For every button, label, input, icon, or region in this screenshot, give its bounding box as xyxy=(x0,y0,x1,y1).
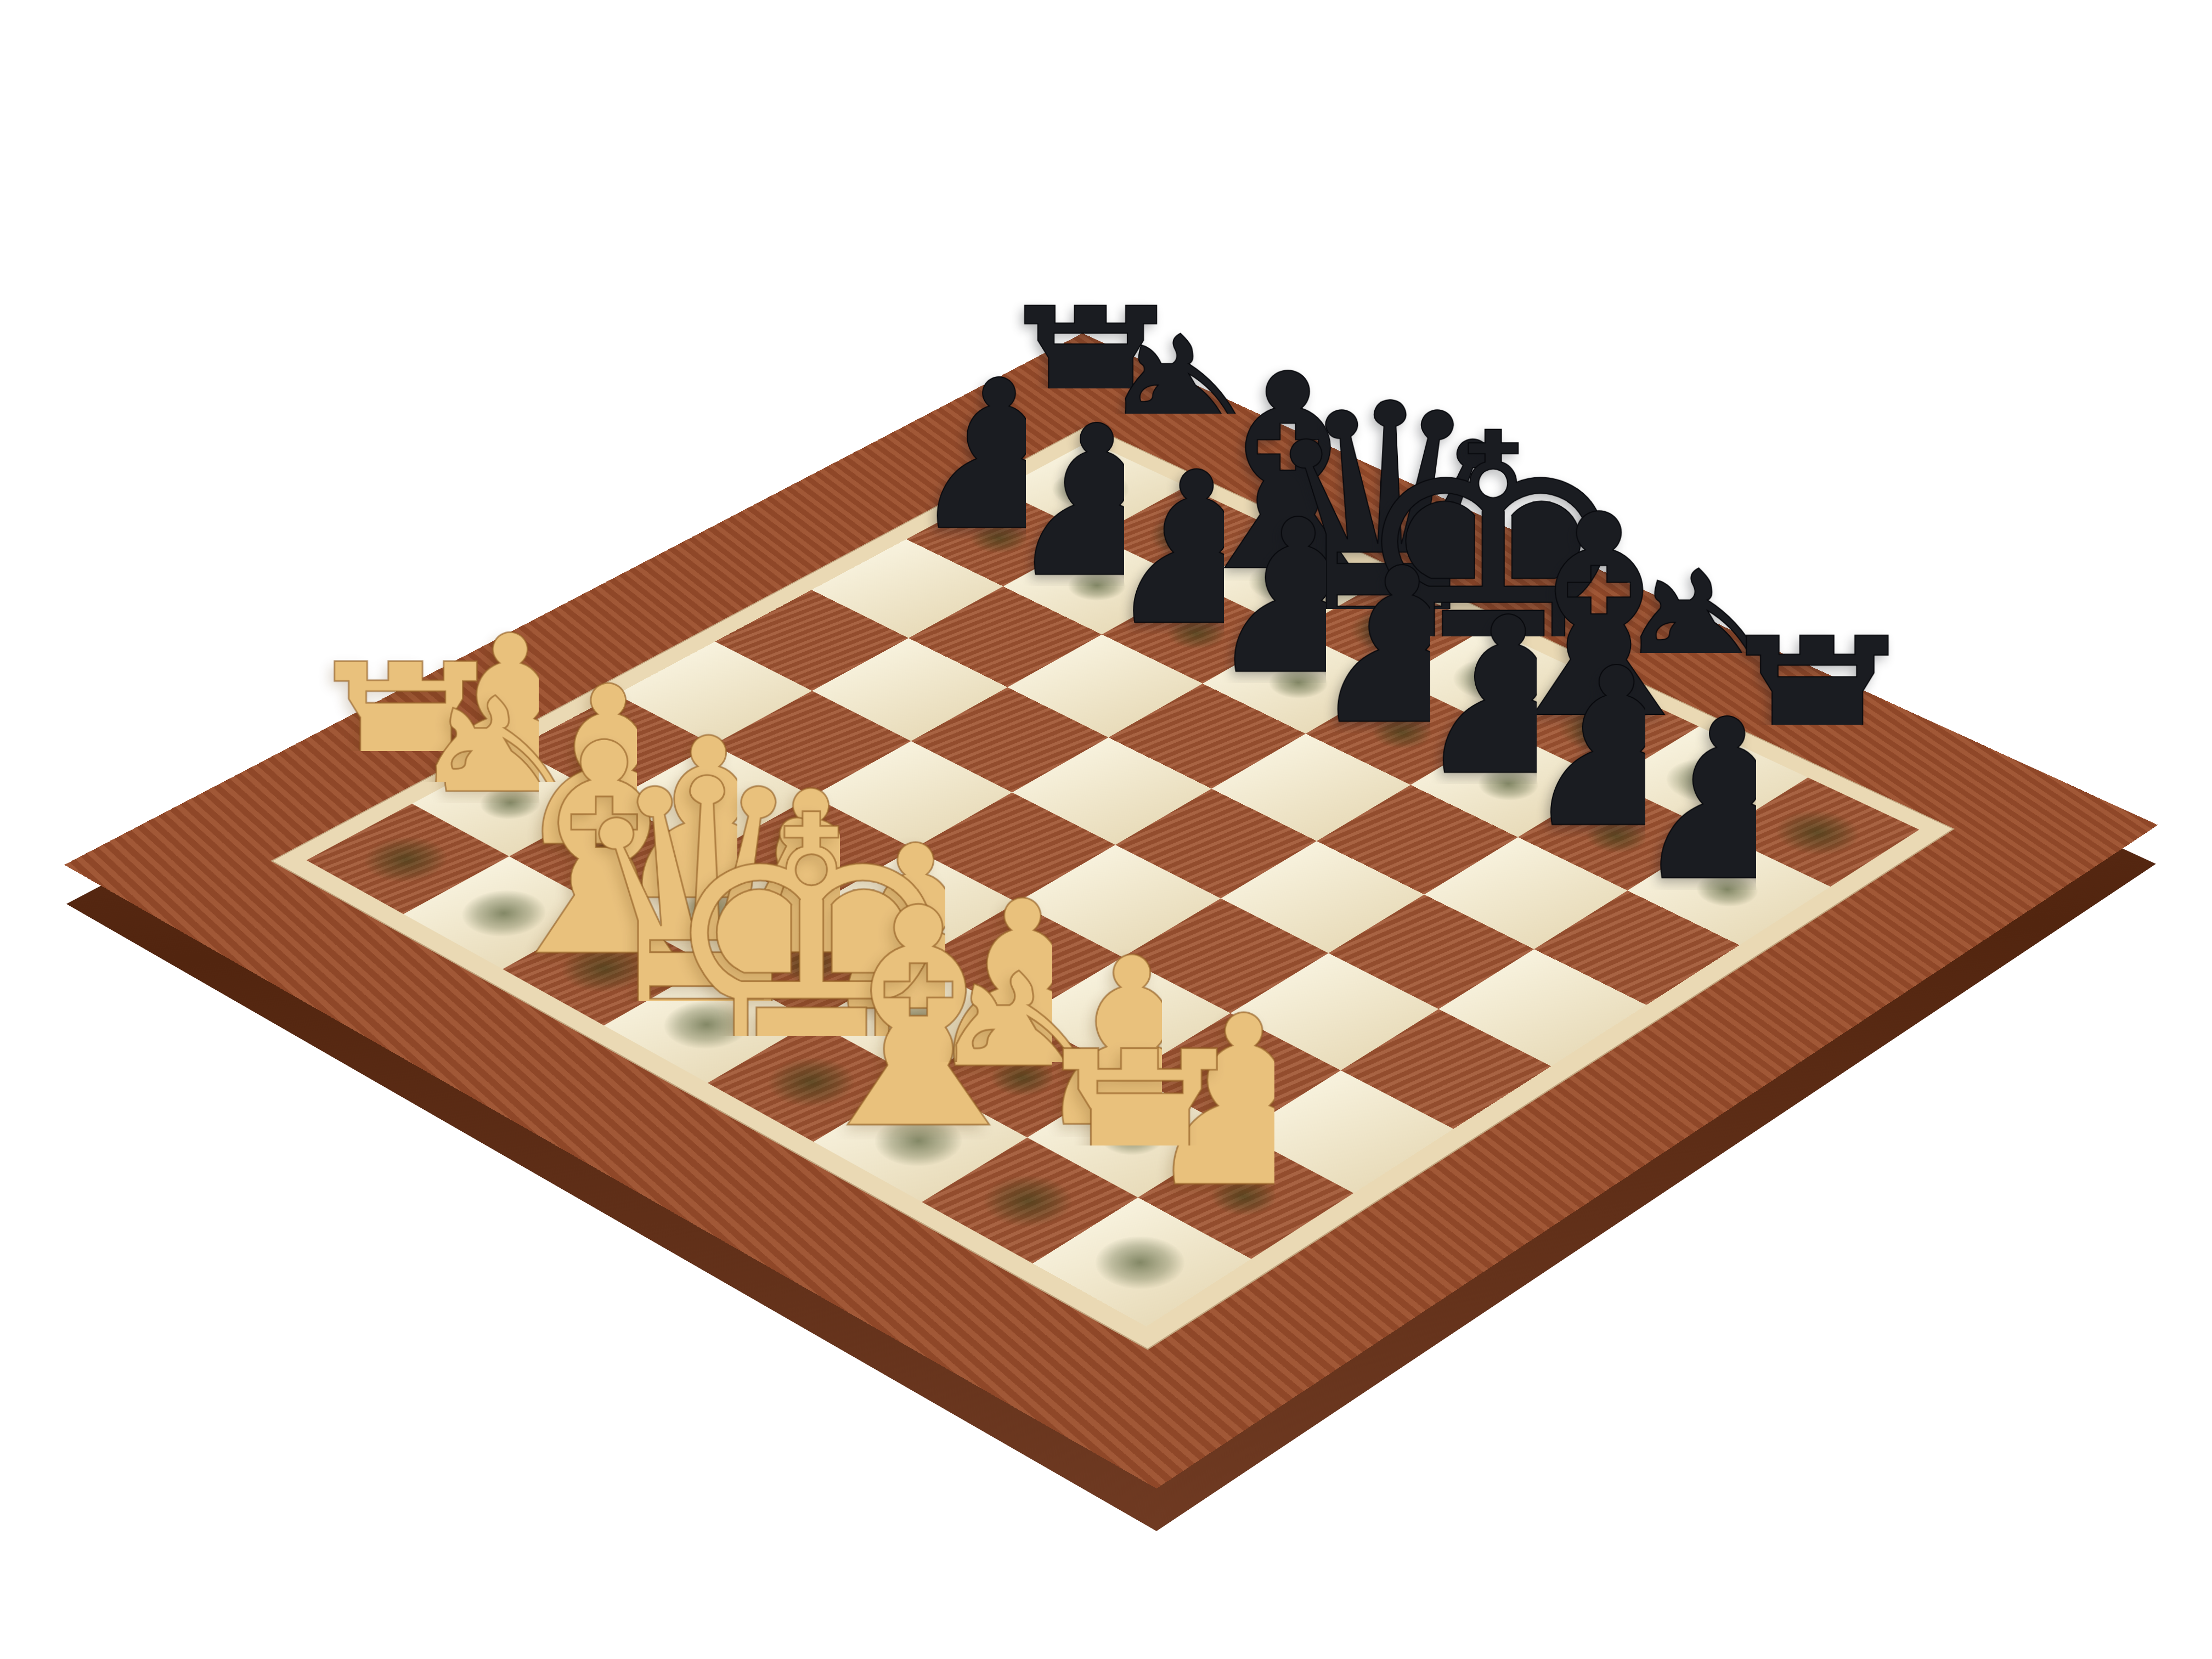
chess-board: ♜♞♝♛♚♝♞♜♟♟♟♟♟♟♟♟♟♟♟♟♟♟♟♟♜♞♝♛♚♝♞♜ xyxy=(64,333,2158,1488)
board-frame: ♜♞♝♛♚♝♞♜♟♟♟♟♟♟♟♟♟♟♟♟♟♟♟♟♜♞♝♛♚♝♞♜ xyxy=(64,333,2158,1488)
board-grid: ♜♞♝♛♚♝♞♜♟♟♟♟♟♟♟♟♟♟♟♟♟♟♟♟♜♞♝♛♚♝♞♜ xyxy=(307,441,1920,1327)
black-pawn-h7: ♟ xyxy=(1506,691,1949,912)
square-h1: ♜ xyxy=(1033,1198,1251,1327)
white-rook-h1: ♜ xyxy=(902,1017,1378,1290)
product-photo-scene: ♜♞♝♛♚♝♞♜♟♟♟♟♟♟♟♟♟♟♟♟♟♟♟♟♜♞♝♛♚♝♞♜ xyxy=(0,0,2212,1659)
